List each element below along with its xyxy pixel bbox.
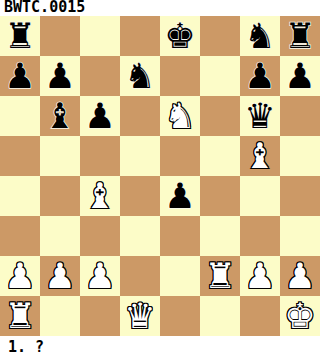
- square-e5[interactable]: [160, 136, 200, 176]
- piece-white-queen[interactable]: ♛: [124, 296, 155, 336]
- piece-black-knight[interactable]: ♞: [244, 16, 275, 56]
- square-h8[interactable]: ♜: [280, 16, 320, 56]
- piece-black-pawn[interactable]: ♟: [84, 96, 115, 136]
- piece-black-bishop[interactable]: ♝: [44, 96, 75, 136]
- square-a4[interactable]: [0, 176, 40, 216]
- piece-white-pawn[interactable]: ♟: [4, 256, 35, 296]
- square-f6[interactable]: [200, 96, 240, 136]
- piece-black-pawn[interactable]: ♟: [44, 56, 75, 96]
- piece-black-queen[interactable]: ♛: [244, 96, 275, 136]
- piece-white-pawn[interactable]: ♟: [84, 256, 115, 296]
- square-g4[interactable]: [240, 176, 280, 216]
- square-d8[interactable]: [120, 16, 160, 56]
- square-d7[interactable]: ♞: [120, 56, 160, 96]
- square-g3[interactable]: [240, 216, 280, 256]
- square-h2[interactable]: ♟: [280, 256, 320, 296]
- square-f5[interactable]: [200, 136, 240, 176]
- piece-black-pawn[interactable]: ♟: [284, 56, 315, 96]
- square-c4[interactable]: ♝: [80, 176, 120, 216]
- piece-black-king[interactable]: ♚: [164, 16, 195, 56]
- piece-black-pawn[interactable]: ♟: [164, 176, 195, 216]
- square-c5[interactable]: [80, 136, 120, 176]
- square-g1[interactable]: [240, 296, 280, 336]
- piece-white-pawn[interactable]: ♟: [244, 256, 275, 296]
- square-c8[interactable]: [80, 16, 120, 56]
- square-c3[interactable]: [80, 216, 120, 256]
- square-h1[interactable]: ♚: [280, 296, 320, 336]
- piece-white-bishop[interactable]: ♝: [84, 176, 115, 216]
- piece-white-pawn[interactable]: ♟: [44, 256, 75, 296]
- square-b5[interactable]: [40, 136, 80, 176]
- piece-white-rook[interactable]: ♜: [204, 256, 235, 296]
- square-e3[interactable]: [160, 216, 200, 256]
- square-d1[interactable]: ♛: [120, 296, 160, 336]
- square-c2[interactable]: ♟: [80, 256, 120, 296]
- piece-white-rook[interactable]: ♜: [4, 296, 35, 336]
- square-f1[interactable]: [200, 296, 240, 336]
- square-d5[interactable]: [120, 136, 160, 176]
- square-g6[interactable]: ♛: [240, 96, 280, 136]
- piece-black-pawn[interactable]: ♟: [4, 56, 35, 96]
- square-a7[interactable]: ♟: [0, 56, 40, 96]
- square-g2[interactable]: ♟: [240, 256, 280, 296]
- square-b3[interactable]: [40, 216, 80, 256]
- move-prompt: 1. ?: [0, 336, 320, 360]
- chess-board: ♜♚♞♜♟♟♞♟♟♝♟♞♛♝♝♟♟♟♟♜♟♟♜♛♚: [0, 16, 320, 336]
- square-e8[interactable]: ♚: [160, 16, 200, 56]
- square-b7[interactable]: ♟: [40, 56, 80, 96]
- square-g5[interactable]: ♝: [240, 136, 280, 176]
- square-b1[interactable]: [40, 296, 80, 336]
- square-f4[interactable]: [200, 176, 240, 216]
- square-b6[interactable]: ♝: [40, 96, 80, 136]
- square-b2[interactable]: ♟: [40, 256, 80, 296]
- square-c7[interactable]: [80, 56, 120, 96]
- piece-black-pawn[interactable]: ♟: [244, 56, 275, 96]
- square-d4[interactable]: [120, 176, 160, 216]
- square-h6[interactable]: [280, 96, 320, 136]
- square-e2[interactable]: [160, 256, 200, 296]
- square-h7[interactable]: ♟: [280, 56, 320, 96]
- square-g7[interactable]: ♟: [240, 56, 280, 96]
- piece-white-pawn[interactable]: ♟: [284, 256, 315, 296]
- piece-black-rook[interactable]: ♜: [4, 16, 35, 56]
- square-f3[interactable]: [200, 216, 240, 256]
- square-b4[interactable]: [40, 176, 80, 216]
- square-d2[interactable]: [120, 256, 160, 296]
- square-a3[interactable]: [0, 216, 40, 256]
- square-a5[interactable]: [0, 136, 40, 176]
- square-f2[interactable]: ♜: [200, 256, 240, 296]
- square-e4[interactable]: ♟: [160, 176, 200, 216]
- square-g8[interactable]: ♞: [240, 16, 280, 56]
- square-f8[interactable]: [200, 16, 240, 56]
- piece-white-bishop[interactable]: ♝: [244, 136, 275, 176]
- square-c1[interactable]: [80, 296, 120, 336]
- square-b8[interactable]: [40, 16, 80, 56]
- square-c6[interactable]: ♟: [80, 96, 120, 136]
- piece-black-rook[interactable]: ♜: [284, 16, 315, 56]
- square-f7[interactable]: [200, 56, 240, 96]
- square-a2[interactable]: ♟: [0, 256, 40, 296]
- square-a1[interactable]: ♜: [0, 296, 40, 336]
- square-e7[interactable]: [160, 56, 200, 96]
- square-a8[interactable]: ♜: [0, 16, 40, 56]
- square-d3[interactable]: [120, 216, 160, 256]
- square-e6[interactable]: ♞: [160, 96, 200, 136]
- piece-white-king[interactable]: ♚: [284, 296, 315, 336]
- square-h3[interactable]: [280, 216, 320, 256]
- square-e1[interactable]: [160, 296, 200, 336]
- square-a6[interactable]: [0, 96, 40, 136]
- square-h5[interactable]: [280, 136, 320, 176]
- square-d6[interactable]: [120, 96, 160, 136]
- piece-white-knight[interactable]: ♞: [164, 96, 195, 136]
- square-h4[interactable]: [280, 176, 320, 216]
- piece-black-knight[interactable]: ♞: [124, 56, 155, 96]
- window-title: BWTC.0015: [0, 0, 320, 16]
- chess-puzzle-window: BWTC.0015 ♜♚♞♜♟♟♞♟♟♝♟♞♛♝♝♟♟♟♟♜♟♟♜♛♚ 1. ?: [0, 0, 320, 360]
